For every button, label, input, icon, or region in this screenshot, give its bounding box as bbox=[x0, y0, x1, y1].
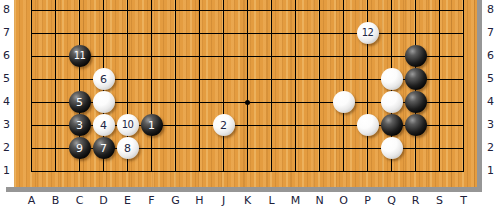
row-label-right-7: 7 bbox=[483, 26, 498, 40]
column-label-H: H bbox=[190, 194, 210, 208]
move-number: 9 bbox=[76, 143, 83, 154]
move-number: 8 bbox=[124, 143, 131, 154]
stone-E2-white: 8 bbox=[117, 137, 139, 159]
row-label-left-4: 4 bbox=[0, 95, 13, 109]
column-label-T: T bbox=[454, 194, 474, 208]
column-label-P: P bbox=[358, 194, 378, 208]
row-label-left-3: 3 bbox=[0, 118, 13, 132]
stone-Q3-black bbox=[381, 114, 403, 136]
row-label-right-1: 1 bbox=[483, 164, 498, 178]
stone-J3-white: 2 bbox=[213, 114, 235, 136]
stone-R5-black bbox=[405, 68, 427, 90]
stone-R6-black bbox=[405, 45, 427, 67]
column-label-J: J bbox=[214, 194, 234, 208]
board-shadow-bottom bbox=[6, 187, 482, 192]
move-number: 6 bbox=[100, 74, 107, 85]
grid-vline-S bbox=[439, 0, 440, 172]
column-label-F: F bbox=[142, 194, 162, 208]
row-label-right-3: 3 bbox=[483, 118, 498, 132]
stone-C2-black: 9 bbox=[69, 137, 91, 159]
grid-vline-K bbox=[247, 0, 248, 172]
stone-F3-black: 1 bbox=[141, 114, 163, 136]
grid-hline-7 bbox=[31, 33, 464, 34]
row-label-right-6: 6 bbox=[483, 49, 498, 63]
stone-E3-white: 10 bbox=[117, 114, 139, 136]
move-number: 4 bbox=[100, 120, 107, 131]
column-label-D: D bbox=[94, 194, 114, 208]
stone-O4-white bbox=[333, 91, 355, 113]
column-label-C: C bbox=[70, 194, 90, 208]
row-label-right-4: 4 bbox=[483, 95, 498, 109]
star-point-K4 bbox=[245, 100, 250, 105]
stone-Q5-white bbox=[381, 68, 403, 90]
grid-vline-G bbox=[175, 0, 176, 172]
grid-vline-M bbox=[295, 0, 296, 172]
move-number: 7 bbox=[100, 143, 107, 154]
row-label-right-5: 5 bbox=[483, 72, 498, 86]
column-label-Q: Q bbox=[382, 194, 402, 208]
stone-D3-white: 4 bbox=[93, 114, 115, 136]
grid-vline-A bbox=[31, 0, 32, 172]
stone-C6-black: 11 bbox=[69, 45, 91, 67]
grid-vline-L bbox=[271, 0, 272, 172]
column-label-O: O bbox=[334, 194, 354, 208]
column-label-A: A bbox=[22, 194, 42, 208]
stone-D5-white: 6 bbox=[93, 68, 115, 90]
column-label-R: R bbox=[406, 194, 426, 208]
stone-P3-white bbox=[357, 114, 379, 136]
row-label-left-1: 1 bbox=[0, 164, 13, 178]
row-label-left-2: 2 bbox=[0, 141, 13, 155]
grid-vline-N bbox=[319, 0, 320, 172]
grid-vline-B bbox=[55, 0, 56, 172]
stone-D4-white bbox=[93, 91, 115, 113]
row-label-left-7: 7 bbox=[0, 26, 13, 40]
row-label-left-6: 6 bbox=[0, 49, 13, 63]
grid-hline-1 bbox=[31, 171, 464, 172]
row-label-left-8: 8 bbox=[0, 3, 13, 17]
grid-vline-T bbox=[463, 0, 464, 172]
move-number: 2 bbox=[220, 120, 227, 131]
grid-vline-F bbox=[151, 0, 152, 172]
column-label-L: L bbox=[262, 194, 282, 208]
stone-Q2-white bbox=[381, 137, 403, 159]
stone-D2-black: 7 bbox=[93, 137, 115, 159]
move-number: 1 bbox=[148, 120, 155, 131]
column-label-M: M bbox=[286, 194, 306, 208]
board-shadow-right bbox=[477, 0, 482, 192]
grid-vline-H bbox=[199, 0, 200, 172]
grid-vline-J bbox=[223, 0, 224, 172]
stone-R3-black bbox=[405, 114, 427, 136]
move-number: 5 bbox=[76, 97, 83, 108]
column-label-N: N bbox=[310, 194, 330, 208]
move-number: 12 bbox=[362, 28, 374, 38]
column-label-B: B bbox=[46, 194, 66, 208]
go-diagram: 116534101297812 ABCDEFGHJKLMNOPQRST88776… bbox=[0, 0, 500, 212]
stone-R4-black bbox=[405, 91, 427, 113]
stone-Q4-white bbox=[381, 91, 403, 113]
stone-C3-black: 3 bbox=[69, 114, 91, 136]
grid-vline-O bbox=[343, 0, 344, 172]
column-label-E: E bbox=[118, 194, 138, 208]
grid-hline-8 bbox=[31, 10, 464, 11]
move-number: 3 bbox=[76, 120, 83, 131]
column-label-S: S bbox=[430, 194, 450, 208]
column-label-K: K bbox=[238, 194, 258, 208]
row-label-right-2: 2 bbox=[483, 141, 498, 155]
move-number: 10 bbox=[122, 120, 134, 130]
row-label-right-8: 8 bbox=[483, 3, 498, 17]
row-label-left-5: 5 bbox=[0, 72, 13, 86]
column-label-G: G bbox=[166, 194, 186, 208]
stone-P7-white: 12 bbox=[357, 22, 379, 44]
stone-C4-black: 5 bbox=[69, 91, 91, 113]
grid-hline-6 bbox=[31, 56, 464, 57]
move-number: 11 bbox=[74, 51, 86, 61]
